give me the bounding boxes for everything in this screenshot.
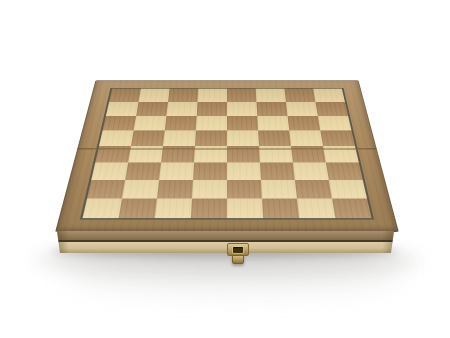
board-square [136,102,168,116]
board-grid [82,89,371,219]
board-square [257,116,289,131]
board-square [332,198,372,218]
case-front-side [57,231,394,253]
board-square [256,102,287,116]
board-square [87,180,125,199]
board-square [165,116,197,131]
board-square [258,130,291,146]
board-square [227,162,261,179]
board-square [157,180,193,199]
board-square [326,162,363,179]
board-square [262,198,299,218]
clasp-recess [233,247,243,253]
board-square [166,102,197,116]
board-square [289,130,323,146]
board-square [131,130,165,146]
board-square [155,198,192,218]
board-square [297,198,335,218]
board-square [227,180,262,199]
board-square [99,130,134,146]
board-square [286,102,318,116]
board-square [196,116,227,131]
board-square [318,116,352,131]
board-square [329,180,367,199]
board-square [284,89,315,102]
board-square [82,198,122,218]
board-square [260,162,295,179]
board-square [288,116,321,131]
board-square [192,180,227,199]
board-square [293,162,329,179]
board-square [198,89,227,102]
board-square [313,89,345,102]
board-square [168,89,198,102]
board-square [227,130,259,146]
board-square [191,198,227,218]
board-square [125,162,161,179]
board-square [227,116,258,131]
case-lid-edge [57,231,394,240]
board-square [227,102,257,116]
product-photo-backdrop [0,0,450,338]
board-square [227,198,263,218]
board-square [320,130,355,146]
board-square [295,180,332,199]
hinge-seam [77,148,377,149]
board-square [193,162,227,179]
board-square [91,162,128,179]
case-base-edge [57,242,394,253]
chessboard [55,80,399,232]
board-square [261,180,297,199]
clasp-tab [232,255,244,264]
board-square [227,89,256,102]
board-square [159,162,194,179]
board-square [109,89,141,102]
board-square [197,102,227,116]
board-square [106,102,139,116]
board-square [315,102,348,116]
board-square [256,89,286,102]
playing-area [80,88,374,220]
board-square [122,180,159,199]
board-square [195,130,227,146]
board-square [139,89,170,102]
board-square [103,116,137,131]
board-square [119,198,157,218]
board-square [134,116,167,131]
board-square [163,130,196,146]
